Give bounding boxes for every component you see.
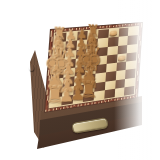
checker-disc-g5[interactable] (118, 55, 126, 60)
dark-rook-d1[interactable]: ♜ (79, 80, 99, 102)
drawer-knob[interactable] (29, 65, 34, 71)
checker-disc-f8[interactable] (110, 30, 118, 35)
board-mosaic-frame: ♜♟♟♜♞♟♟♞♝♟♟♝♛♟♟♛♚♟♟♚♝♟♟♝♞♟♟♞♜♟♟♜ (44, 22, 143, 113)
square-d1[interactable]: ♜ (83, 92, 94, 102)
chess-board: ♜♟♟♜♞♟♟♞♝♟♟♝♛♟♟♛♚♟♟♚♝♟♟♝♞♟♟♞♜♟♟♜ (50, 27, 139, 107)
square-h1[interactable] (124, 86, 134, 96)
chess-box-product-photo: ♜♟♟♜♞♟♟♞♝♟♟♝♛♟♟♛♚♟♟♚♝♟♟♝♞♟♟♞♜♟♟♜ (0, 0, 160, 160)
